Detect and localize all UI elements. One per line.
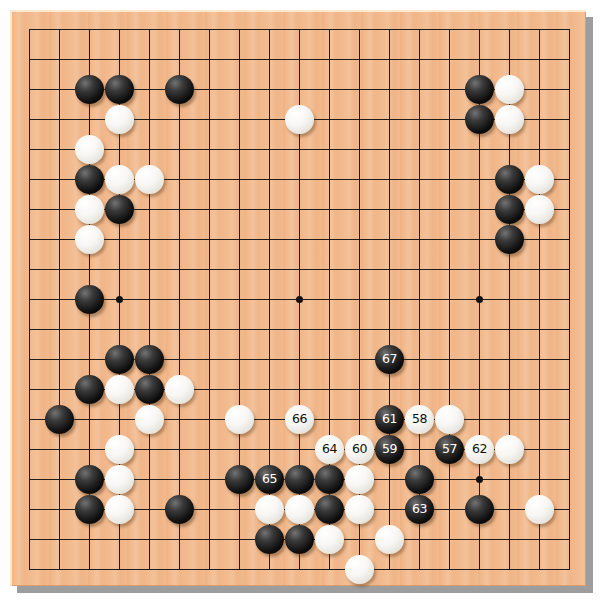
stone-white-move-62: 62 <box>465 435 494 464</box>
stone-white <box>135 165 164 194</box>
star-point <box>296 296 303 303</box>
stone-black <box>75 375 104 404</box>
stone-black-move-63: 63 <box>405 495 434 524</box>
move-number-label: 61 <box>382 413 397 426</box>
stone-white <box>495 435 524 464</box>
stone-white <box>285 495 314 524</box>
stone-white <box>75 225 104 254</box>
stone-black <box>165 495 194 524</box>
move-number-label: 66 <box>292 413 307 426</box>
stone-black <box>105 75 134 104</box>
stone-black <box>495 195 524 224</box>
stone-white <box>105 165 134 194</box>
stone-black <box>285 465 314 494</box>
stone-white-move-60: 60 <box>345 435 374 464</box>
star-point <box>476 476 483 483</box>
stone-white-move-58: 58 <box>405 405 434 434</box>
stone-white <box>105 105 134 134</box>
stone-white <box>75 135 104 164</box>
stone-black <box>495 165 524 194</box>
go-board[interactable]: 6766615864605957626563 <box>10 10 586 586</box>
move-number-label: 57 <box>442 443 457 456</box>
stone-black <box>405 465 434 494</box>
stone-black <box>45 405 74 434</box>
stone-black <box>75 495 104 524</box>
star-point <box>476 296 483 303</box>
stone-black <box>465 75 494 104</box>
stone-white <box>165 375 194 404</box>
stone-black <box>75 465 104 494</box>
stone-white <box>525 495 554 524</box>
move-number-label: 60 <box>352 443 367 456</box>
stone-black <box>315 495 344 524</box>
stone-black <box>135 375 164 404</box>
stone-white <box>105 465 134 494</box>
stone-black <box>315 465 344 494</box>
stone-black <box>495 225 524 254</box>
stone-white <box>75 195 104 224</box>
stone-white-move-66: 66 <box>285 405 314 434</box>
stone-white <box>285 105 314 134</box>
move-number-label: 67 <box>382 353 397 366</box>
stone-black-move-67: 67 <box>375 345 404 374</box>
stone-white <box>105 495 134 524</box>
stone-white <box>345 495 374 524</box>
stone-white <box>225 405 254 434</box>
stone-black <box>105 345 134 374</box>
stone-black <box>75 165 104 194</box>
star-point <box>116 296 123 303</box>
stone-black <box>105 195 134 224</box>
stone-white <box>495 105 524 134</box>
move-number-label: 65 <box>262 473 277 486</box>
stone-black-move-59: 59 <box>375 435 404 464</box>
stone-black-move-57: 57 <box>435 435 464 464</box>
move-number-label: 62 <box>472 443 487 456</box>
stone-white <box>105 375 134 404</box>
stone-black <box>285 525 314 554</box>
stone-black <box>75 75 104 104</box>
stone-black <box>135 345 164 374</box>
stone-black <box>255 525 284 554</box>
stone-white <box>525 195 554 224</box>
stone-black <box>225 465 254 494</box>
stone-white <box>345 555 374 584</box>
stone-black <box>465 105 494 134</box>
stone-black-move-61: 61 <box>375 405 404 434</box>
stone-white <box>495 75 524 104</box>
move-number-label: 63 <box>412 503 427 516</box>
stone-white <box>345 465 374 494</box>
stone-white <box>315 525 344 554</box>
move-number-label: 59 <box>382 443 397 456</box>
stone-white <box>255 495 284 524</box>
move-number-label: 58 <box>412 413 427 426</box>
page: { "game": "go", "board_size": 19, "moves… <box>0 0 600 600</box>
stone-white <box>525 165 554 194</box>
stone-white-move-64: 64 <box>315 435 344 464</box>
stone-white <box>435 405 464 434</box>
stone-white <box>375 525 404 554</box>
move-number-label: 64 <box>322 443 337 456</box>
stone-black <box>165 75 194 104</box>
stone-black <box>75 285 104 314</box>
stone-black <box>465 495 494 524</box>
stone-black-move-65: 65 <box>255 465 284 494</box>
stone-white <box>135 405 164 434</box>
stone-white <box>105 435 134 464</box>
